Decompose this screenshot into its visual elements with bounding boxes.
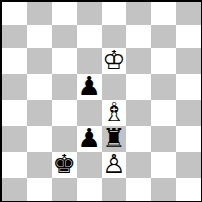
square-b5[interactable] bbox=[27, 74, 52, 100]
square-g7[interactable] bbox=[151, 25, 176, 48]
square-e8[interactable] bbox=[102, 2, 127, 25]
square-e1[interactable] bbox=[102, 178, 127, 201]
square-f1[interactable] bbox=[126, 178, 151, 201]
square-g1[interactable] bbox=[151, 178, 176, 201]
square-g4[interactable] bbox=[151, 100, 176, 126]
square-e2[interactable]: ♙ bbox=[102, 152, 127, 178]
square-b1[interactable] bbox=[27, 178, 52, 201]
square-g5[interactable] bbox=[151, 74, 176, 100]
square-c1[interactable] bbox=[52, 178, 77, 201]
square-f6[interactable] bbox=[126, 48, 151, 74]
square-g8[interactable] bbox=[151, 2, 176, 25]
square-c8[interactable] bbox=[52, 2, 77, 25]
square-a1[interactable] bbox=[2, 178, 27, 201]
square-b7[interactable] bbox=[27, 25, 52, 48]
square-a3[interactable] bbox=[2, 126, 27, 152]
square-h2[interactable] bbox=[176, 152, 201, 178]
square-h4[interactable] bbox=[176, 100, 201, 126]
white-king[interactable]: ♔ bbox=[102, 47, 125, 73]
square-h7[interactable] bbox=[176, 25, 201, 48]
square-f7[interactable] bbox=[126, 25, 151, 48]
square-d3[interactable]: ♟ bbox=[77, 126, 102, 152]
square-a2[interactable] bbox=[2, 152, 27, 178]
square-d8[interactable] bbox=[77, 2, 102, 25]
square-d7[interactable] bbox=[77, 25, 102, 48]
square-g2[interactable] bbox=[151, 152, 176, 178]
square-d2[interactable] bbox=[77, 152, 102, 178]
white-bishop[interactable]: ♗ bbox=[102, 99, 125, 125]
square-e6[interactable]: ♔ bbox=[102, 48, 127, 74]
square-a7[interactable] bbox=[2, 25, 27, 48]
black-king[interactable]: ♚ bbox=[53, 151, 76, 177]
square-g6[interactable] bbox=[151, 48, 176, 74]
square-c6[interactable] bbox=[52, 48, 77, 74]
square-d5[interactable]: ♟ bbox=[77, 74, 102, 100]
square-f3[interactable] bbox=[126, 126, 151, 152]
square-h3[interactable] bbox=[176, 126, 201, 152]
square-f4[interactable] bbox=[126, 100, 151, 126]
square-h6[interactable] bbox=[176, 48, 201, 74]
square-f5[interactable] bbox=[126, 74, 151, 100]
square-c2[interactable]: ♚ bbox=[52, 152, 77, 178]
square-b6[interactable] bbox=[27, 48, 52, 74]
square-g3[interactable] bbox=[151, 126, 176, 152]
black-pawn[interactable]: ♟ bbox=[77, 125, 100, 151]
square-f8[interactable] bbox=[126, 2, 151, 25]
square-b2[interactable] bbox=[27, 152, 52, 178]
white-pawn[interactable]: ♙ bbox=[102, 151, 125, 177]
square-b8[interactable] bbox=[27, 2, 52, 25]
square-d1[interactable] bbox=[77, 178, 102, 201]
black-pawn[interactable]: ♟ bbox=[77, 73, 100, 99]
chess-board: ♔♟♗♟♜♚♙ bbox=[2, 2, 201, 201]
square-a8[interactable] bbox=[2, 2, 27, 25]
square-f2[interactable] bbox=[126, 152, 151, 178]
chess-board-frame: ♔♟♗♟♜♚♙ bbox=[0, 0, 202, 202]
square-a6[interactable] bbox=[2, 48, 27, 74]
square-a4[interactable] bbox=[2, 100, 27, 126]
square-c7[interactable] bbox=[52, 25, 77, 48]
square-c5[interactable] bbox=[52, 74, 77, 100]
square-b3[interactable] bbox=[27, 126, 52, 152]
black-rook[interactable]: ♜ bbox=[102, 125, 125, 151]
square-h5[interactable] bbox=[176, 74, 201, 100]
square-a5[interactable] bbox=[2, 74, 27, 100]
square-h1[interactable] bbox=[176, 178, 201, 201]
square-c4[interactable] bbox=[52, 100, 77, 126]
square-b4[interactable] bbox=[27, 100, 52, 126]
square-h8[interactable] bbox=[176, 2, 201, 25]
